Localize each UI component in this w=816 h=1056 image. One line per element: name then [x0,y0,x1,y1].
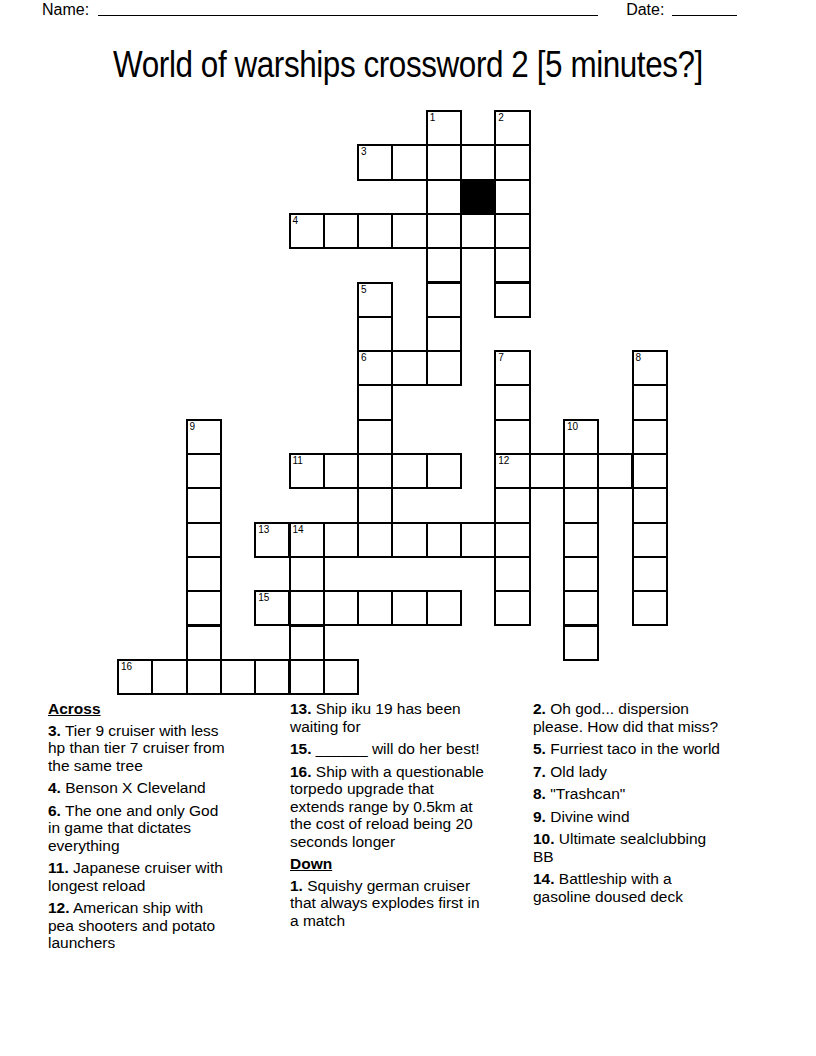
grid-cell[interactable] [494,522,530,558]
grid-cell[interactable] [563,625,599,661]
clue-number: 4. [48,779,61,796]
clue-number-label: 12 [498,455,509,467]
grid-cell[interactable] [426,316,462,352]
grid-cell[interactable] [220,659,256,695]
grid-cell[interactable] [494,144,530,180]
grid-cell[interactable] [529,453,565,489]
clue-number: 7. [533,763,546,780]
grid-cell[interactable] [426,282,462,318]
grid-cell[interactable] [563,487,599,523]
clue-number-label: 13 [258,524,269,536]
clue-number: 10. [533,830,555,847]
grid-cell[interactable] [323,453,359,489]
clue-number: 9. [533,808,546,825]
name-blank-line[interactable] [98,15,598,16]
clue-number: 3. [48,722,61,739]
grid-cell[interactable] [391,350,427,386]
clue-number: 16. [290,763,312,780]
grid-cell[interactable] [426,179,462,215]
grid-cell[interactable] [391,213,427,249]
grid-cell[interactable]: 9 [186,419,222,455]
grid-cell[interactable] [289,625,325,661]
grid-cell[interactable] [426,350,462,386]
grid-cell[interactable] [254,659,290,695]
grid-cell[interactable] [357,590,393,626]
grid-cell[interactable] [426,144,462,180]
grid-cell[interactable] [460,213,496,249]
grid-cell[interactable] [563,590,599,626]
clue-number-label: 16 [121,661,132,673]
grid-cell[interactable]: 4 [289,213,325,249]
grid-cell[interactable] [289,590,325,626]
grid-cell[interactable] [186,590,222,626]
clue-number-label: 7 [498,352,504,364]
grid-cell[interactable] [632,487,668,523]
grid-cell[interactable] [426,522,462,558]
grid-cell[interactable] [186,625,222,661]
clue-15: 15. ______ will do her best! [290,740,490,758]
grid-cell[interactable] [323,213,359,249]
clue-list-header-down: Down [290,855,490,873]
grid-cell[interactable]: 15 [254,590,290,626]
grid-cell[interactable]: 6 [357,350,393,386]
grid-cell[interactable] [494,179,530,215]
clue-number: 1. [290,877,303,894]
clue-number: 2. [533,700,546,717]
grid-cell[interactable] [426,590,462,626]
grid-cell[interactable] [323,522,359,558]
grid-cell[interactable] [357,487,393,523]
clue-number: 5. [533,740,546,757]
grid-cell[interactable] [494,384,530,420]
grid-cell[interactable] [632,384,668,420]
clue-number-label: 15 [258,592,269,604]
grid-cell[interactable]: 11 [289,453,325,489]
clue-list-header-across: Across [48,700,228,718]
grid-cell[interactable]: 12 [494,453,530,489]
clue-number-label: 3 [361,146,367,158]
grid-cell[interactable] [632,590,668,626]
clue-number-label: 4 [293,215,299,227]
name-label: Name: [42,1,89,18]
grid-cell[interactable] [151,659,187,695]
grid-cell[interactable] [186,659,222,695]
name-date-header: Name:Date: [42,1,737,19]
clue-9: 9. Divine wind [533,808,723,826]
grid-cell[interactable]: 5 [357,282,393,318]
grid-cell[interactable] [494,419,530,455]
grid-cell[interactable] [357,316,393,352]
grid-cell[interactable] [357,213,393,249]
grid-cell[interactable] [563,453,599,489]
grid-cell[interactable]: 10 [563,419,599,455]
grid-cell[interactable] [460,144,496,180]
crossword-grid: 12345678910111213141516 [117,110,667,695]
grid-cell[interactable] [494,247,530,283]
grid-cell[interactable] [632,556,668,592]
grid-cell[interactable] [186,487,222,523]
clue-number: 11. [48,859,69,876]
clue-10: 10. Ultimate sealclubbing BB [533,830,723,865]
grid-cell[interactable] [186,522,222,558]
grid-cell[interactable] [357,522,393,558]
page-title: World of warships crossword 2 [5 minutes… [61,44,755,86]
grid-cell[interactable] [632,453,668,489]
grid-cell[interactable] [494,556,530,592]
clue-number: 14. [533,870,555,887]
clue-13: 13. Ship iku 19 has been waiting for [290,700,490,735]
clue-11: 11. Japanese cruiser with longest reload [48,859,228,894]
grid-cell[interactable] [289,556,325,592]
clue-2: 2. Oh god... dispersion please. How did … [533,700,723,735]
clue-5: 5. Furriest taco in the world [533,740,723,758]
clue-4: 4. Benson X Cleveland [48,779,228,797]
grid-cell[interactable] [494,213,530,249]
clue-number-label: 9 [190,421,196,433]
grid-cell[interactable] [563,556,599,592]
clue-number: 13. [290,700,312,717]
date-blank-line[interactable] [672,15,737,16]
clue-number: 8. [533,785,546,802]
clue-column-3: 2. Oh god... dispersion please. How did … [533,700,723,910]
grid-cell[interactable] [357,384,393,420]
grid-cell[interactable] [426,213,462,249]
grid-cell[interactable] [632,522,668,558]
grid-cell[interactable] [186,556,222,592]
grid-cell[interactable]: 1 [426,110,462,146]
clue-number-label: 5 [361,284,367,296]
grid-cell[interactable]: 13 [254,522,290,558]
grid-cell[interactable] [632,419,668,455]
grid-cell[interactable]: 7 [494,350,530,386]
grid-cell[interactable] [357,453,393,489]
grid-cell[interactable] [323,659,359,695]
clue-number-label: 6 [361,352,367,364]
grid-cell[interactable]: 16 [117,659,153,695]
clue-number-label: 11 [293,455,303,467]
grid-cell[interactable] [391,453,427,489]
grid-cell[interactable] [494,487,530,523]
date-label: Date: [626,1,664,18]
grid-cell[interactable] [391,590,427,626]
clue-number: 15. [290,740,312,757]
clue-number-label: 14 [293,524,304,536]
grid-cell[interactable] [357,419,393,455]
clue-column-1: Across3. Tier 9 cruiser with less hp tha… [48,700,228,957]
clue-3: 3. Tier 9 cruiser with less hp than tier… [48,722,228,775]
clue-1: 1. Squishy german cruiser that always ex… [290,877,490,930]
clue-14: 14. Battleship with a gasoline doused de… [533,870,723,905]
clue-number-label: 1 [430,112,436,124]
grid-cell[interactable] [323,590,359,626]
grid-cell[interactable] [563,522,599,558]
grid-cell[interactable]: 14 [289,522,325,558]
grid-cell[interactable]: 2 [494,110,530,146]
grid-cell[interactable] [494,282,530,318]
grid-cell[interactable]: 3 [357,144,393,180]
clue-number: 12. [48,899,70,916]
grid-cell[interactable] [426,453,462,489]
grid-cell[interactable] [391,144,427,180]
grid-cell[interactable] [391,522,427,558]
grid-cell[interactable] [289,659,325,695]
grid-cell[interactable] [426,247,462,283]
grid-cell[interactable] [460,522,496,558]
clue-16: 16. Ship with a questionable torpedo upg… [290,763,490,851]
clue-number-label: 8 [636,352,642,364]
grid-cell[interactable] [494,590,530,626]
grid-cell[interactable] [186,453,222,489]
clue-number-label: 2 [498,112,504,124]
grid-cell[interactable] [597,453,633,489]
clue-number: 6. [48,802,61,819]
clue-7: 7. Old lady [533,763,723,781]
clue-8: 8. "Trashcan" [533,785,723,803]
clue-12: 12. American ship with pea shooters and … [48,899,228,952]
clue-6: 6. The one and only God in game that dic… [48,802,228,855]
black-cell [460,179,496,215]
clue-number-label: 10 [567,421,578,433]
clue-column-2: 13. Ship iku 19 has been waiting for15. … [290,700,490,934]
grid-cell[interactable]: 8 [632,350,668,386]
